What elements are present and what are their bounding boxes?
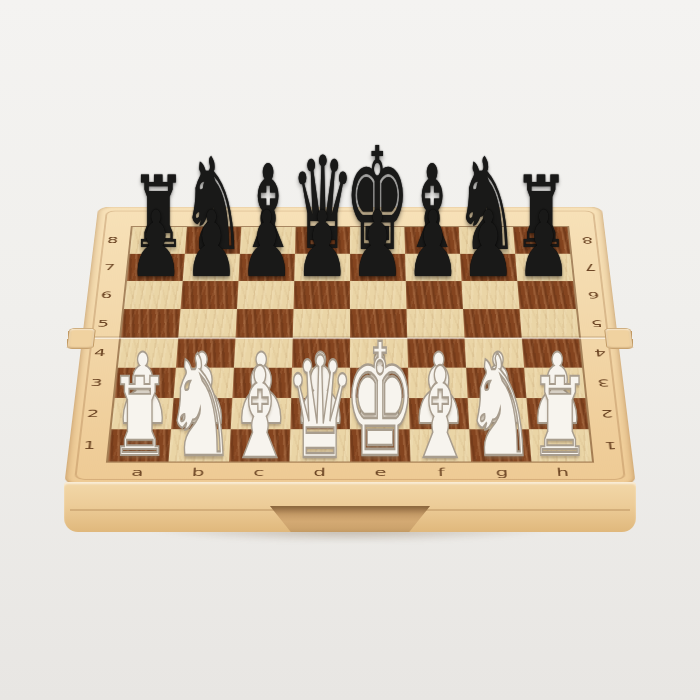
file-label-f: f xyxy=(411,463,472,482)
handle-notch xyxy=(270,506,430,532)
rank-label-left-6: 6 xyxy=(86,281,127,309)
file-label-e: e xyxy=(350,463,411,482)
rank-label-right-7: 7 xyxy=(570,254,611,281)
hinge-clasp-right xyxy=(604,328,634,349)
square-g1[interactable] xyxy=(469,429,531,461)
square-g8[interactable] xyxy=(459,227,515,254)
rank-label-right-6: 6 xyxy=(573,281,614,309)
board-hinge xyxy=(79,337,621,340)
board-grid xyxy=(108,227,592,462)
rank-label-right-1: 1 xyxy=(589,429,633,461)
square-c1[interactable] xyxy=(229,429,290,461)
square-d8[interactable] xyxy=(295,227,350,254)
square-b2[interactable] xyxy=(171,398,232,429)
square-h8[interactable] xyxy=(513,227,570,254)
square-b8[interactable] xyxy=(185,227,241,254)
square-c8[interactable] xyxy=(240,227,296,254)
square-f8[interactable] xyxy=(404,227,460,254)
square-c7[interactable] xyxy=(238,254,294,281)
square-c4[interactable] xyxy=(234,338,293,368)
square-g3[interactable] xyxy=(466,368,526,398)
hinge-clasp-left xyxy=(66,328,96,349)
square-b7[interactable] xyxy=(183,254,240,281)
square-a7[interactable] xyxy=(127,254,185,281)
square-c5[interactable] xyxy=(235,309,293,338)
square-b4[interactable] xyxy=(176,338,236,368)
square-f7[interactable] xyxy=(405,254,461,281)
square-a8[interactable] xyxy=(130,227,187,254)
photo-backdrop: abcdefgh 87654321 87654321 ♜♞♝♛♚♝♞♜♟♟♟♟♟… xyxy=(0,0,700,700)
square-c3[interactable] xyxy=(232,368,292,398)
rank-label-right-8: 8 xyxy=(567,227,607,254)
square-a2[interactable] xyxy=(111,398,173,429)
square-b6[interactable] xyxy=(180,281,238,309)
square-h7[interactable] xyxy=(515,254,573,281)
square-c6[interactable] xyxy=(237,281,294,309)
square-g2[interactable] xyxy=(468,398,529,429)
file-label-d: d xyxy=(289,463,350,482)
square-d6[interactable] xyxy=(293,281,350,309)
rank-label-right-3: 3 xyxy=(582,368,625,398)
board-front-edge xyxy=(64,482,636,532)
square-f2[interactable] xyxy=(409,398,469,429)
square-e6[interactable] xyxy=(350,281,407,309)
rank-label-left-1: 1 xyxy=(67,429,111,461)
rank-label-right-2: 2 xyxy=(585,398,629,429)
square-e4[interactable] xyxy=(350,338,408,368)
square-e7[interactable] xyxy=(350,254,406,281)
square-f4[interactable] xyxy=(407,338,466,368)
square-h3[interactable] xyxy=(524,368,585,398)
square-b3[interactable] xyxy=(174,368,234,398)
rank-label-left-7: 7 xyxy=(89,254,130,281)
file-label-h: h xyxy=(532,463,594,482)
file-label-g: g xyxy=(471,463,533,482)
square-f6[interactable] xyxy=(406,281,463,309)
square-d7[interactable] xyxy=(294,254,350,281)
square-g5[interactable] xyxy=(463,309,522,338)
square-a4[interactable] xyxy=(118,338,178,368)
square-h2[interactable] xyxy=(526,398,588,429)
square-b5[interactable] xyxy=(178,309,237,338)
square-e5[interactable] xyxy=(350,309,407,338)
square-f3[interactable] xyxy=(408,368,468,398)
square-f1[interactable] xyxy=(410,429,471,461)
square-f5[interactable] xyxy=(407,309,465,338)
square-e2[interactable] xyxy=(350,398,410,429)
chess-board: abcdefgh 87654321 87654321 xyxy=(64,207,636,485)
square-a6[interactable] xyxy=(124,281,183,309)
square-e3[interactable] xyxy=(350,368,409,398)
square-a3[interactable] xyxy=(115,368,176,398)
square-h1[interactable] xyxy=(529,429,592,461)
square-d5[interactable] xyxy=(293,309,350,338)
rank-label-left-2: 2 xyxy=(71,398,115,429)
square-h6[interactable] xyxy=(517,281,576,309)
square-a1[interactable] xyxy=(108,429,171,461)
square-d1[interactable] xyxy=(290,429,350,461)
square-g4[interactable] xyxy=(465,338,525,368)
rank-label-left-8: 8 xyxy=(92,227,132,254)
file-label-a: a xyxy=(106,463,168,482)
square-d3[interactable] xyxy=(291,368,350,398)
square-g7[interactable] xyxy=(460,254,517,281)
square-c2[interactable] xyxy=(231,398,291,429)
square-b1[interactable] xyxy=(169,429,231,461)
square-g6[interactable] xyxy=(462,281,520,309)
square-h5[interactable] xyxy=(520,309,580,338)
square-d4[interactable] xyxy=(292,338,350,368)
square-e8[interactable] xyxy=(350,227,405,254)
square-d2[interactable] xyxy=(290,398,350,429)
file-label-b: b xyxy=(167,463,229,482)
file-labels: abcdefgh xyxy=(106,463,594,482)
square-h4[interactable] xyxy=(522,338,582,368)
rank-label-left-3: 3 xyxy=(75,368,118,398)
square-e1[interactable] xyxy=(350,429,410,461)
file-label-c: c xyxy=(228,463,289,482)
square-a5[interactable] xyxy=(121,309,181,338)
